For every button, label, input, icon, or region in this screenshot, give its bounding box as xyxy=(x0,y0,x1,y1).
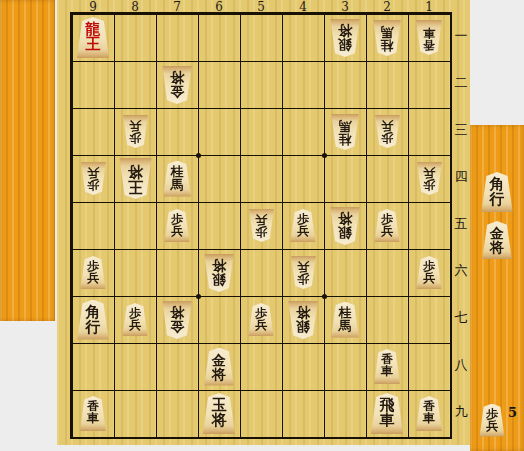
piece-kanji: 兵 xyxy=(87,272,99,284)
piece-kanji: 金 xyxy=(212,353,226,367)
piece-kanji: 兵 xyxy=(129,120,141,132)
piece-kanji: 馬 xyxy=(171,178,184,191)
piece-kanji: 桂 xyxy=(171,165,184,178)
piece-kanji: 兵 xyxy=(255,214,267,226)
piece-kanji: 兵 xyxy=(255,319,267,331)
hoshi-dot xyxy=(196,153,201,158)
piece-kanji: 王 xyxy=(86,37,101,52)
piece-kanji: 銀 xyxy=(212,272,226,286)
gote-piece-stand xyxy=(0,0,55,321)
piece-kanji: 兵 xyxy=(297,225,309,237)
hoshi-dot xyxy=(322,153,327,158)
rank-label-1: 一 xyxy=(452,27,470,45)
hand-sente-gold[interactable]: 金将 xyxy=(481,221,513,259)
piece-kanji: 王 xyxy=(128,179,143,194)
piece-kanji: 香 xyxy=(423,39,435,51)
piece-kanji: 車 xyxy=(380,413,395,428)
sente-piece-stand: 角行金将歩兵5 xyxy=(470,125,524,451)
hoshi-dot xyxy=(196,294,201,299)
piece-kanji: 将 xyxy=(338,211,352,225)
hand-sente-bishop[interactable]: 角行 xyxy=(480,172,514,212)
piece-kanji: 歩 xyxy=(423,179,435,191)
piece-kanji: 桂 xyxy=(339,306,352,319)
piece-kanji: 将 xyxy=(490,240,504,254)
hand-count-pawn: 5 xyxy=(508,405,517,420)
piece-kanji: 銀 xyxy=(338,225,352,239)
piece-kanji: 兵 xyxy=(381,225,393,237)
piece-kanji: 兵 xyxy=(171,225,183,237)
rank-label-3: 三 xyxy=(452,121,470,139)
piece-kanji: 兵 xyxy=(423,167,435,179)
piece-kanji: 歩 xyxy=(87,179,99,191)
piece-kanji: 将 xyxy=(212,367,226,381)
piece-kanji: 馬 xyxy=(339,319,352,332)
piece-kanji: 金 xyxy=(170,319,184,333)
piece-kanji: 将 xyxy=(296,305,310,319)
rank-label-7: 七 xyxy=(452,309,470,327)
piece-kanji: 兵 xyxy=(486,420,498,432)
piece-kanji: 将 xyxy=(170,305,184,319)
piece-kanji: 兵 xyxy=(129,319,141,331)
rank-label-2: 二 xyxy=(452,74,470,92)
rank-label-4: 四 xyxy=(452,168,470,186)
piece-kanji: 歩 xyxy=(129,132,141,144)
hoshi-dot xyxy=(322,294,327,299)
piece-kanji: 行 xyxy=(490,192,505,207)
piece-kanji: 歩 xyxy=(486,408,498,420)
rank-label-6: 六 xyxy=(452,262,470,280)
piece-kanji: 兵 xyxy=(423,272,435,284)
piece-kanji: 桂 xyxy=(339,132,352,145)
hand-sente-pawn[interactable]: 歩兵 xyxy=(479,404,506,437)
piece-kanji: 歩 xyxy=(297,273,309,285)
piece-kanji: 金 xyxy=(170,84,184,98)
piece-kanji: 車 xyxy=(423,27,435,39)
piece-kanji: 歩 xyxy=(381,132,393,144)
piece-kanji: 兵 xyxy=(87,167,99,179)
piece-kanji: 車 xyxy=(381,365,393,377)
piece-kanji: 馬 xyxy=(381,25,394,38)
piece-kanji: 将 xyxy=(170,70,184,84)
piece-kanji: 行 xyxy=(86,320,101,335)
rank-label-9: 九 xyxy=(452,403,470,421)
piece-kanji: 兵 xyxy=(381,120,393,132)
piece-kanji: 車 xyxy=(423,412,435,424)
piece-kanji: 将 xyxy=(212,258,226,272)
piece-kanji: 銀 xyxy=(338,37,352,51)
piece-kanji: 車 xyxy=(87,412,99,424)
shogi-board: 987654321 一二三四五六七八九 龍王銀将桂馬香車金将歩兵桂馬歩兵歩兵王将… xyxy=(57,0,470,445)
piece-kanji: 歩 xyxy=(255,226,267,238)
piece-kanji: 金 xyxy=(490,226,504,240)
rank-label-8: 八 xyxy=(452,356,470,374)
piece-kanji: 馬 xyxy=(339,119,352,132)
piece-kanji: 桂 xyxy=(381,38,394,51)
piece-kanji: 将 xyxy=(128,163,143,178)
piece-kanji: 将 xyxy=(338,23,352,37)
piece-kanji: 銀 xyxy=(296,319,310,333)
piece-kanji: 兵 xyxy=(297,261,309,273)
piece-kanji: 将 xyxy=(212,413,227,428)
rank-label-5: 五 xyxy=(452,215,470,233)
